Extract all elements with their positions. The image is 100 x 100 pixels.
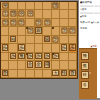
square-1e[interactable] bbox=[69, 36, 77, 44]
square-8h[interactable] bbox=[9, 61, 17, 69]
square-6i[interactable] bbox=[26, 70, 34, 78]
square-3f[interactable] bbox=[52, 44, 60, 52]
square-6b[interactable]: 金 bbox=[26, 10, 34, 18]
sente-piece-歩[interactable]: 歩 bbox=[10, 53, 16, 59]
square-5b[interactable] bbox=[35, 10, 43, 18]
square-5g[interactable]: 歩 bbox=[35, 53, 43, 61]
gote-piece-歩[interactable]: 歩 bbox=[10, 19, 16, 25]
square-3i[interactable]: 玉 bbox=[52, 70, 60, 78]
square-3e[interactable]: 歩 bbox=[52, 36, 60, 44]
square-1g[interactable] bbox=[69, 53, 77, 61]
square-4a[interactable] bbox=[43, 2, 51, 10]
gote-piece-歩[interactable]: 歩 bbox=[27, 27, 33, 33]
gote-piece-歩[interactable]: 歩 bbox=[61, 27, 67, 33]
square-4h[interactable]: 飛 bbox=[43, 61, 51, 69]
square-9h[interactable] bbox=[1, 61, 9, 69]
square-4d[interactable] bbox=[43, 27, 51, 35]
hand-piece-桂[interactable]: 桂2 bbox=[81, 71, 90, 79]
square-2e[interactable] bbox=[60, 36, 68, 44]
sente-piece-歩[interactable]: 歩 bbox=[2, 44, 8, 50]
sente-piece-金[interactable]: 金 bbox=[35, 61, 41, 67]
shogi-board[interactable]: 香銀玉銀金金歩歩歩歩歩歩銀歩歩桂銀歩歩歩歩歩歩角歩歩歩歩金金飛香玉桂香 bbox=[0, 1, 78, 79]
square-5d[interactable]: 銀 bbox=[35, 27, 43, 35]
gote-piece-歩[interactable]: 歩 bbox=[35, 19, 41, 25]
square-1a[interactable] bbox=[69, 2, 77, 10]
square-8a[interactable] bbox=[9, 2, 17, 10]
hoshi-dot bbox=[26, 27, 28, 29]
square-8d[interactable] bbox=[9, 27, 17, 35]
square-1b[interactable] bbox=[69, 10, 77, 18]
gote-piece-玉[interactable]: 玉 bbox=[2, 10, 8, 16]
sente-piece-銀[interactable]: 銀 bbox=[44, 36, 50, 42]
square-4c[interactable]: 歩 bbox=[43, 19, 51, 27]
square-1i[interactable]: 香 bbox=[69, 70, 77, 78]
square-1d[interactable]: 歩 bbox=[69, 27, 77, 35]
square-5i[interactable] bbox=[35, 70, 43, 78]
info-line: 手数＝24 ▲1六歩 まで bbox=[80, 21, 100, 25]
square-7a[interactable] bbox=[18, 2, 26, 10]
gote-piece-銀[interactable]: 銀 bbox=[10, 10, 16, 16]
square-2i[interactable]: 桂 bbox=[60, 70, 68, 78]
square-5e[interactable] bbox=[35, 36, 43, 44]
square-8b[interactable]: 銀 bbox=[9, 10, 17, 18]
square-2h[interactable] bbox=[60, 61, 68, 69]
info-line: 先手番 bbox=[80, 27, 100, 31]
sente-piece-歩[interactable]: 歩 bbox=[27, 53, 33, 59]
square-8c[interactable]: 歩 bbox=[9, 19, 17, 27]
square-8i[interactable] bbox=[9, 70, 17, 78]
square-6e[interactable] bbox=[26, 36, 34, 44]
square-3h[interactable] bbox=[52, 61, 60, 69]
square-7d[interactable] bbox=[18, 27, 26, 35]
square-6a[interactable] bbox=[26, 2, 34, 10]
square-9a[interactable]: 香 bbox=[1, 2, 9, 10]
hand-piece-飛[interactable]: 飛 bbox=[81, 52, 90, 60]
square-8g[interactable]: 歩 bbox=[9, 53, 17, 61]
square-4f[interactable] bbox=[43, 44, 51, 52]
square-3b[interactable] bbox=[52, 10, 60, 18]
shogi-app-window: 香銀玉銀金金歩歩歩歩歩歩銀歩歩桂銀歩歩歩歩歩歩角歩歩歩歩金金飛香玉桂香 ■棋譜情… bbox=[0, 0, 100, 100]
square-4e[interactable]: 銀 bbox=[43, 36, 51, 44]
square-2f[interactable]: 歩 bbox=[60, 44, 68, 52]
square-6h[interactable]: 金 bbox=[26, 61, 34, 69]
gote-piece-歩[interactable]: 歩 bbox=[2, 19, 8, 25]
square-2c[interactable] bbox=[60, 19, 68, 27]
square-9d[interactable] bbox=[1, 27, 9, 35]
square-7e[interactable] bbox=[18, 36, 26, 44]
square-6c[interactable] bbox=[26, 19, 34, 27]
square-2g[interactable] bbox=[60, 53, 68, 61]
sente-piece-金[interactable]: 金 bbox=[27, 61, 33, 67]
square-5f[interactable] bbox=[35, 44, 43, 52]
square-5c[interactable]: 歩 bbox=[35, 19, 43, 27]
square-1h[interactable] bbox=[69, 61, 77, 69]
hoshi-dot bbox=[52, 53, 54, 55]
square-6f[interactable] bbox=[26, 44, 34, 52]
square-8f[interactable] bbox=[9, 44, 17, 52]
square-2a[interactable] bbox=[60, 2, 68, 10]
sente-piece-桂[interactable]: 桂 bbox=[61, 70, 67, 76]
sente-piece-歩[interactable]: 歩 bbox=[35, 53, 41, 59]
square-1f[interactable]: 歩 bbox=[69, 44, 77, 52]
sente-piece-飛[interactable]: 飛 bbox=[44, 61, 50, 67]
square-4i[interactable] bbox=[43, 70, 51, 78]
square-7c[interactable]: 歩 bbox=[18, 19, 26, 27]
sente-piece-歩[interactable]: 歩 bbox=[69, 44, 75, 50]
info-line: ▲先手 bbox=[80, 15, 100, 19]
square-8e[interactable]: 桂 bbox=[9, 36, 17, 44]
square-7h[interactable] bbox=[18, 61, 26, 69]
sente-piece-角[interactable]: 角 bbox=[18, 53, 24, 59]
square-2d[interactable]: 歩 bbox=[60, 27, 68, 35]
gote-piece-歩[interactable]: 歩 bbox=[18, 19, 24, 25]
square-2b[interactable] bbox=[60, 10, 68, 18]
square-3a[interactable]: 銀 bbox=[52, 2, 60, 10]
square-1c[interactable] bbox=[69, 19, 77, 27]
square-3d[interactable] bbox=[52, 27, 60, 35]
hoshi-dot bbox=[26, 53, 28, 55]
hand-piece-角[interactable]: 角 bbox=[81, 62, 90, 70]
gote-piece-歩[interactable]: 歩 bbox=[44, 19, 50, 25]
sente-hand-pieces: 飛角桂2香 bbox=[81, 52, 90, 89]
square-6d[interactable]: 歩 bbox=[26, 27, 34, 35]
sente-piece-歩[interactable]: 歩 bbox=[18, 44, 24, 50]
square-6g[interactable]: 歩 bbox=[26, 53, 34, 61]
sente-piece-玉[interactable]: 玉 bbox=[52, 70, 58, 76]
sente-piece-香[interactable]: 香 bbox=[69, 70, 75, 76]
square-7i[interactable] bbox=[18, 70, 26, 78]
gote-piece-歩[interactable]: 歩 bbox=[52, 36, 58, 42]
gote-piece-銀[interactable]: 銀 bbox=[52, 2, 58, 8]
square-5a[interactable] bbox=[35, 2, 43, 10]
sente-piece-香[interactable]: 香 bbox=[2, 70, 8, 76]
square-4b[interactable] bbox=[43, 10, 51, 18]
game-info-lines: ■棋譜情報2024/01/01 10:00:00△後手2024/01/01 10… bbox=[79, 0, 100, 30]
gote-piece-歩[interactable]: 歩 bbox=[69, 27, 75, 33]
sente-komadai[interactable]: ▲先手 飛角桂2香 bbox=[79, 48, 97, 99]
square-9g[interactable] bbox=[1, 53, 9, 61]
sente-piece-歩[interactable]: 歩 bbox=[44, 53, 50, 59]
square-5h[interactable]: 金 bbox=[35, 61, 43, 69]
square-9c[interactable]: 歩 bbox=[1, 19, 9, 27]
square-9b[interactable]: 玉 bbox=[1, 10, 9, 18]
gote-piece-金[interactable]: 金 bbox=[18, 10, 24, 16]
sente-piece-歩[interactable]: 歩 bbox=[61, 44, 67, 50]
square-9e[interactable] bbox=[1, 36, 9, 44]
square-9i[interactable]: 香 bbox=[1, 70, 9, 78]
sente-piece-桂[interactable]: 桂 bbox=[10, 36, 16, 42]
sente-piece-銀[interactable]: 銀 bbox=[35, 27, 41, 33]
hand-piece-香[interactable]: 香 bbox=[81, 81, 90, 89]
square-9f[interactable]: 歩 bbox=[1, 44, 9, 52]
gote-piece-香[interactable]: 香 bbox=[2, 2, 8, 8]
square-4g[interactable]: 歩 bbox=[43, 53, 51, 61]
gote-piece-金[interactable]: 金 bbox=[27, 10, 33, 16]
hand-piece-count: 2 bbox=[89, 73, 91, 76]
komadai-label: ▲先手 bbox=[90, 46, 97, 48]
square-7b[interactable]: 金 bbox=[18, 10, 26, 18]
hoshi-dot bbox=[52, 27, 54, 29]
square-7f[interactable]: 歩 bbox=[18, 44, 26, 52]
